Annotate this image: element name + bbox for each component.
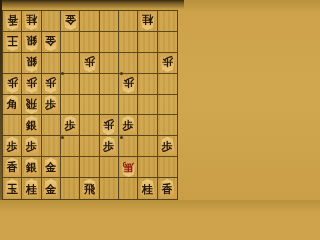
square-1d[interactable] — [158, 74, 177, 95]
piece-6a-gote-gold[interactable]: 金 — [62, 11, 79, 30]
square-7f[interactable] — [42, 115, 61, 136]
square-6b[interactable] — [61, 32, 80, 53]
square-9a[interactable]: 香 — [3, 11, 22, 32]
square-5i[interactable]: 飛 — [80, 178, 99, 199]
piece-8d-gote-pawn[interactable]: 歩 — [23, 74, 40, 93]
square-5b[interactable] — [80, 32, 99, 53]
square-8i[interactable]: 桂 — [22, 178, 41, 199]
piece-3d-gote-pawn[interactable]: 歩 — [120, 74, 137, 93]
piece-1i-sente-lance[interactable]: 香 — [159, 179, 176, 198]
square-8h[interactable]: 銀 — [22, 157, 41, 178]
square-8f[interactable]: 銀 — [22, 115, 41, 136]
square-5g[interactable] — [80, 136, 99, 157]
square-6f[interactable]: 歩 — [61, 115, 80, 136]
square-9c[interactable] — [3, 53, 22, 74]
piece-9a-gote-lance[interactable]: 香 — [4, 11, 21, 30]
square-7g[interactable] — [42, 136, 61, 157]
piece-9i-sente-king[interactable]: 玉 — [4, 179, 21, 198]
square-1c[interactable]: 歩 — [158, 53, 177, 74]
square-9d[interactable]: 歩 — [3, 74, 22, 95]
square-7d[interactable]: 歩 — [42, 74, 61, 95]
piece-1c-gote-pawn[interactable]: 歩 — [159, 53, 176, 72]
piece-5c-gote-pawn[interactable]: 歩 — [81, 53, 98, 72]
square-9f[interactable] — [3, 115, 22, 136]
square-8a[interactable]: 桂 — [22, 11, 41, 32]
piece-3h-gote-promoted-bishop[interactable]: 馬 — [120, 158, 137, 177]
piece-9g-sente-pawn[interactable]: 歩 — [4, 137, 21, 156]
piece-2a-gote-knight[interactable]: 桂 — [139, 11, 156, 30]
square-2c[interactable] — [138, 53, 157, 74]
piece-9h-sente-lance[interactable]: 香 — [4, 158, 21, 177]
board-top-edge-shadow — [0, 0, 184, 9]
square-6h[interactable] — [61, 157, 80, 178]
square-6d[interactable] — [61, 74, 80, 95]
shogi-board: 香桂金桂王銀金銀歩歩歩歩歩歩角飛歩銀歩歩歩歩歩歩歩香銀金馬玉桂金飛桂香 — [2, 10, 178, 200]
piece-8h-sente-silver[interactable]: 銀 — [23, 158, 40, 177]
piece-8a-gote-knight[interactable]: 桂 — [23, 11, 40, 30]
piece-8b-gote-silver[interactable]: 銀 — [23, 32, 40, 51]
square-1a[interactable] — [158, 11, 177, 32]
square-5a[interactable] — [80, 11, 99, 32]
square-9h[interactable]: 香 — [3, 157, 22, 178]
square-2i[interactable]: 桂 — [138, 178, 157, 199]
square-8g[interactable]: 歩 — [22, 136, 41, 157]
square-7a[interactable] — [42, 11, 61, 32]
square-6e[interactable] — [61, 95, 80, 116]
square-5e[interactable] — [80, 95, 99, 116]
square-1h[interactable] — [158, 157, 177, 178]
piece-6f-sente-pawn[interactable]: 歩 — [62, 116, 79, 135]
square-5c[interactable]: 歩 — [80, 53, 99, 74]
piece-4f-gote-pawn[interactable]: 歩 — [100, 116, 117, 135]
square-3b[interactable] — [119, 32, 138, 53]
piece-8c-gote-silver[interactable]: 銀 — [23, 53, 40, 72]
square-2b[interactable] — [138, 32, 157, 53]
piece-9d-gote-pawn[interactable]: 歩 — [4, 74, 21, 93]
square-4b[interactable] — [100, 32, 119, 53]
piece-5i-sente-rook[interactable]: 飛 — [81, 179, 98, 198]
square-5f[interactable] — [80, 115, 99, 136]
square-1g[interactable]: 歩 — [158, 136, 177, 157]
square-6c[interactable] — [61, 53, 80, 74]
square-4f[interactable]: 歩 — [100, 115, 119, 136]
square-6a[interactable]: 金 — [61, 11, 80, 32]
piece-8i-sente-knight[interactable]: 桂 — [23, 179, 40, 198]
square-2g[interactable] — [138, 136, 157, 157]
piece-9b-gote-king[interactable]: 王 — [4, 32, 21, 51]
square-4c[interactable] — [100, 53, 119, 74]
square-3e[interactable] — [119, 95, 138, 116]
square-1i[interactable]: 香 — [158, 178, 177, 199]
square-4g[interactable]: 歩 — [100, 136, 119, 157]
square-9b[interactable]: 王 — [3, 32, 22, 53]
square-6g[interactable] — [61, 136, 80, 157]
square-4e[interactable] — [100, 95, 119, 116]
square-2e[interactable] — [138, 95, 157, 116]
square-3d[interactable]: 歩 — [119, 74, 138, 95]
piece-4g-sente-pawn[interactable]: 歩 — [100, 137, 117, 156]
square-8d[interactable]: 歩 — [22, 74, 41, 95]
square-8e[interactable]: 飛 — [22, 95, 41, 116]
square-4i[interactable] — [100, 178, 119, 199]
square-7e[interactable]: 歩 — [42, 95, 61, 116]
piece-1g-sente-pawn[interactable]: 歩 — [159, 137, 176, 156]
square-5h[interactable] — [80, 157, 99, 178]
square-2a[interactable]: 桂 — [138, 11, 157, 32]
square-3a[interactable] — [119, 11, 138, 32]
square-4h[interactable] — [100, 157, 119, 178]
square-2h[interactable] — [138, 157, 157, 178]
square-1b[interactable] — [158, 32, 177, 53]
square-3i[interactable] — [119, 178, 138, 199]
square-6i[interactable] — [61, 178, 80, 199]
piece-7h-sente-gold[interactable]: 金 — [42, 158, 59, 177]
square-7h[interactable]: 金 — [42, 157, 61, 178]
square-1f[interactable] — [158, 115, 177, 136]
piece-8e-gote-rook[interactable]: 飛 — [23, 95, 40, 114]
piece-7b-gote-gold[interactable]: 金 — [42, 32, 59, 51]
square-4d[interactable] — [100, 74, 119, 95]
piece-7i-sente-gold[interactable]: 金 — [42, 179, 59, 198]
square-5d[interactable] — [80, 74, 99, 95]
square-1e[interactable] — [158, 95, 177, 116]
square-4a[interactable] — [100, 11, 119, 32]
square-2d[interactable] — [138, 74, 157, 95]
square-3c[interactable] — [119, 53, 138, 74]
piece-8g-sente-pawn[interactable]: 歩 — [23, 137, 40, 156]
square-3f[interactable]: 歩 — [119, 115, 138, 136]
square-2f[interactable] — [138, 115, 157, 136]
square-7i[interactable]: 金 — [42, 178, 61, 199]
piece-2i-sente-knight[interactable]: 桂 — [139, 179, 156, 198]
square-7c[interactable] — [42, 53, 61, 74]
piece-8f-sente-silver[interactable]: 銀 — [23, 116, 40, 135]
piece-3f-sente-pawn[interactable]: 歩 — [120, 116, 137, 135]
square-9g[interactable]: 歩 — [3, 136, 22, 157]
square-7b[interactable]: 金 — [42, 32, 61, 53]
square-3h[interactable]: 馬 — [119, 157, 138, 178]
square-8b[interactable]: 銀 — [22, 32, 41, 53]
piece-7d-gote-pawn[interactable]: 歩 — [42, 74, 59, 93]
square-9e[interactable]: 角 — [3, 95, 22, 116]
square-9i[interactable]: 玉 — [3, 178, 22, 199]
square-8c[interactable]: 銀 — [22, 53, 41, 74]
piece-9e-sente-bishop[interactable]: 角 — [4, 95, 21, 114]
piece-7e-sente-pawn[interactable]: 歩 — [42, 95, 59, 114]
square-3g[interactable] — [119, 136, 138, 157]
